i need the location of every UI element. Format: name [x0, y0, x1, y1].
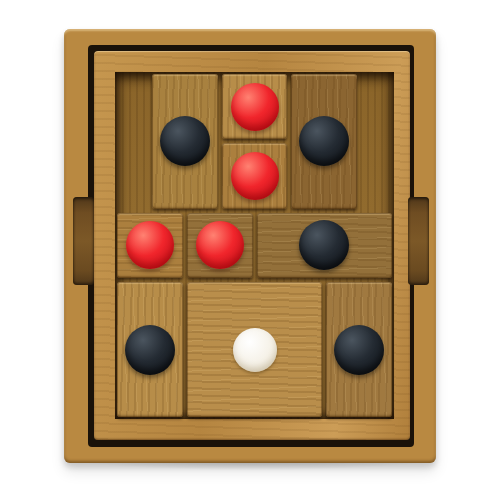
piece-F-1x1-red[interactable]	[187, 213, 253, 278]
piece-I-1x2-black[interactable]	[326, 282, 392, 417]
piece-B-1x1-red[interactable]	[222, 74, 288, 139]
piece-E-1x1-red[interactable]	[117, 213, 183, 278]
finger-notch-left-icon	[73, 197, 94, 285]
piece-C-1x1-red[interactable]	[222, 143, 288, 208]
red-marble	[231, 83, 279, 131]
black-marble	[334, 325, 384, 375]
piece-H-1x2-black[interactable]	[117, 282, 183, 417]
finger-notch-right-icon	[408, 197, 429, 285]
board-well	[115, 72, 394, 419]
black-marble	[160, 116, 210, 166]
red-marble	[196, 221, 244, 269]
black-marble	[299, 220, 349, 270]
puzzle-board	[115, 72, 394, 419]
piece-A-1x2-black[interactable]	[152, 74, 218, 209]
puzzle-box	[64, 29, 436, 463]
piece-G-2x1-black[interactable]	[257, 213, 393, 278]
black-marble	[299, 116, 349, 166]
red-marble	[126, 221, 174, 269]
black-marble	[125, 325, 175, 375]
white-marble	[233, 328, 277, 372]
sliding-tray	[94, 51, 410, 440]
red-marble	[231, 152, 279, 200]
piece-K-2x2-white[interactable]	[187, 282, 323, 417]
piece-D-1x2-black[interactable]	[291, 74, 357, 209]
product-photo-scene	[0, 0, 500, 500]
